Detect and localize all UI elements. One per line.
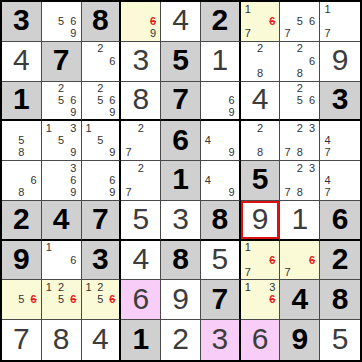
cell-r3c7[interactable]: 4	[241, 82, 281, 122]
empty-candidate-slot	[83, 306, 95, 318]
candidate-grid: 1256	[83, 281, 119, 318]
empty-candidate-slot	[94, 106, 106, 118]
cell-r8c3[interactable]: 1256	[82, 280, 122, 320]
cell-r4c9[interactable]: 47	[320, 121, 360, 161]
cell-r1c9[interactable]: 17	[320, 2, 360, 42]
empty-candidate-slot	[306, 266, 318, 278]
empty-candidate-slot	[214, 162, 226, 174]
empty-candidate-slot	[254, 294, 266, 306]
cell-r6c5[interactable]: 3	[161, 201, 201, 241]
cell-r8c7[interactable]: 136	[241, 280, 281, 320]
empty-candidate-slot	[266, 135, 278, 147]
candidate-grid: 256	[281, 83, 318, 119]
cell-r5c8[interactable]: 2378	[280, 161, 320, 201]
empty-candidate-slot	[306, 174, 318, 186]
empty-candidate-slot	[294, 266, 306, 278]
cell-r9c7[interactable]: 6	[241, 320, 281, 360]
empty-candidate-slot	[43, 147, 55, 159]
cell-r1c6[interactable]: 2	[201, 2, 241, 42]
candidate-5: 5	[55, 294, 67, 306]
empty-candidate-slot	[294, 135, 306, 147]
cell-r4c7[interactable]: 28	[241, 121, 281, 161]
empty-candidate-slot	[202, 147, 214, 159]
given-digit: 1	[172, 164, 189, 196]
candidate-9: 9	[67, 187, 79, 199]
candidate-5: 5	[15, 135, 27, 147]
candidate-9: 9	[106, 147, 118, 159]
candidate-grid: 567	[281, 3, 318, 40]
candidate-1: 1	[321, 3, 334, 15]
empty-candidate-slot	[28, 162, 40, 174]
empty-candidate-slot	[122, 162, 134, 174]
empty-candidate-slot	[242, 67, 254, 79]
empty-candidate-slot	[226, 135, 238, 147]
cell-r4c5[interactable]: 6	[161, 121, 201, 161]
cell-r3c6[interactable]: 69	[201, 82, 241, 122]
empty-candidate-slot	[242, 135, 254, 147]
candidate-grid: 2569	[43, 83, 80, 119]
candidate-5: 5	[294, 15, 306, 27]
candidate-6: 6	[67, 94, 79, 106]
candidate-grid: 268	[281, 43, 318, 80]
struck-candidate-6: 6	[106, 294, 118, 306]
empty-candidate-slot	[226, 162, 238, 174]
candidate-3: 3	[266, 281, 278, 293]
solved-digit: 1	[211, 45, 228, 77]
empty-candidate-slot	[202, 94, 214, 106]
empty-candidate-slot	[346, 15, 359, 27]
empty-candidate-slot	[281, 254, 293, 266]
empty-candidate-slot	[334, 162, 347, 174]
candidate-2: 2	[254, 43, 266, 55]
cell-r9c6[interactable]: 3	[201, 320, 241, 360]
empty-candidate-slot	[294, 55, 306, 67]
empty-candidate-slot	[242, 122, 254, 134]
cell-r8c5[interactable]: 9	[161, 280, 201, 320]
empty-candidate-slot	[294, 3, 306, 15]
cell-r2c2[interactable]: 7	[42, 42, 82, 82]
empty-candidate-slot	[3, 174, 15, 186]
candidate-8: 8	[15, 147, 27, 159]
empty-candidate-slot	[3, 294, 15, 306]
empty-candidate-slot	[122, 174, 134, 186]
empty-candidate-slot	[281, 122, 293, 134]
solved-digit: 3	[211, 324, 228, 356]
empty-candidate-slot	[334, 15, 347, 27]
empty-candidate-slot	[106, 83, 118, 95]
cell-r9c8[interactable]: 9	[280, 320, 320, 360]
solved-digit: 9	[172, 284, 189, 316]
cell-r1c5[interactable]: 4	[161, 2, 201, 42]
candidate-9: 9	[147, 28, 159, 40]
cell-r6c8[interactable]: 1	[280, 201, 320, 241]
candidate-6: 6	[28, 174, 40, 186]
empty-candidate-slot	[242, 55, 254, 67]
empty-candidate-slot	[55, 242, 67, 254]
candidate-2: 2	[55, 281, 67, 293]
cell-r3c4[interactable]: 8	[121, 82, 161, 122]
solved-digit: 4	[252, 84, 269, 116]
empty-candidate-slot	[254, 135, 266, 147]
empty-candidate-slot	[266, 67, 278, 79]
empty-candidate-slot	[294, 174, 306, 186]
candidate-4: 4	[321, 174, 334, 186]
candidate-2: 2	[294, 122, 306, 134]
candidate-2: 2	[135, 122, 147, 134]
cell-r5c9[interactable]: 47	[320, 161, 360, 201]
cell-r3c9[interactable]: 3	[320, 82, 360, 122]
empty-candidate-slot	[334, 187, 347, 199]
candidate-grid: 28	[242, 43, 279, 80]
given-digit: 6	[172, 125, 189, 157]
empty-candidate-slot	[43, 174, 55, 186]
candidate-7: 7	[281, 28, 293, 40]
candidate-7: 7	[321, 147, 334, 159]
cell-r3c3[interactable]: 2569	[82, 82, 122, 122]
struck-candidate-6: 6	[306, 254, 318, 266]
candidate-7: 7	[122, 187, 134, 199]
cell-r7c7[interactable]: 167	[241, 241, 281, 281]
empty-candidate-slot	[254, 15, 266, 27]
empty-candidate-slot	[266, 43, 278, 55]
cell-r1c4[interactable]: 69	[121, 2, 161, 42]
empty-candidate-slot	[43, 266, 55, 278]
empty-candidate-slot	[43, 3, 55, 15]
given-digit: 2	[211, 5, 228, 37]
empty-candidate-slot	[55, 266, 67, 278]
empty-candidate-slot	[321, 15, 334, 27]
cell-r6c6[interactable]: 8	[201, 201, 241, 241]
cell-r2c8[interactable]: 268	[280, 42, 320, 82]
empty-candidate-slot	[346, 147, 359, 159]
candidate-grid: 2569	[83, 83, 119, 119]
cell-r1c1[interactable]: 3	[2, 2, 42, 42]
empty-candidate-slot	[94, 122, 106, 134]
cell-r6c7[interactable]: 9	[241, 201, 281, 241]
empty-candidate-slot	[94, 174, 106, 186]
cell-r5c7[interactable]: 5	[241, 161, 281, 201]
cell-r3c2[interactable]: 2569	[42, 82, 82, 122]
cell-r1c7[interactable]: 167	[241, 2, 281, 42]
empty-candidate-slot	[147, 3, 159, 15]
candidate-grid: 58	[3, 122, 40, 159]
empty-candidate-slot	[3, 306, 15, 318]
empty-candidate-slot	[306, 83, 318, 95]
candidate-1: 1	[43, 122, 55, 134]
empty-candidate-slot	[334, 122, 347, 134]
empty-candidate-slot	[135, 187, 147, 199]
empty-candidate-slot	[346, 162, 359, 174]
empty-candidate-slot	[83, 162, 95, 174]
cell-r7c1[interactable]: 9	[2, 241, 42, 281]
candidate-7: 7	[281, 266, 293, 278]
empty-candidate-slot	[281, 15, 293, 27]
candidate-2: 2	[294, 43, 306, 55]
given-digit: 2	[13, 204, 30, 236]
solved-digit: 4	[13, 45, 30, 77]
empty-candidate-slot	[147, 147, 159, 159]
cell-r9c3[interactable]: 4	[82, 320, 122, 360]
candidate-grid: 17	[321, 3, 359, 40]
cell-r8c4[interactable]: 6	[121, 280, 161, 320]
cell-r6c3[interactable]: 7	[82, 201, 122, 241]
candidate-5: 5	[55, 135, 67, 147]
candidate-1: 1	[83, 281, 95, 293]
cell-r2c6[interactable]: 1	[201, 42, 241, 82]
cell-r8c2[interactable]: 1256	[42, 280, 82, 320]
cell-r7c9[interactable]: 2	[320, 241, 360, 281]
candidate-6: 6	[306, 15, 318, 27]
candidate-grid: 26	[83, 43, 119, 80]
struck-candidate-6: 6	[266, 294, 278, 306]
solved-digit: 4	[172, 5, 189, 37]
given-digit: 7	[92, 204, 109, 236]
empty-candidate-slot	[67, 242, 79, 254]
cell-r9c4[interactable]: 1	[121, 320, 161, 360]
given-digit: 8	[332, 284, 349, 316]
empty-candidate-slot	[254, 242, 266, 254]
cell-r9c2[interactable]: 8	[42, 320, 82, 360]
empty-candidate-slot	[55, 174, 67, 186]
empty-candidate-slot	[83, 147, 95, 159]
empty-candidate-slot	[55, 147, 67, 159]
empty-candidate-slot	[214, 174, 226, 186]
cell-r2c9[interactable]: 9	[320, 42, 360, 82]
cell-r4c2[interactable]: 1359	[42, 121, 82, 161]
empty-candidate-slot	[242, 15, 254, 27]
candidate-grid: 369	[43, 162, 80, 199]
empty-candidate-slot	[226, 122, 238, 134]
empty-candidate-slot	[94, 67, 106, 79]
cell-r5c4[interactable]: 27	[121, 161, 161, 201]
empty-candidate-slot	[254, 266, 266, 278]
candidate-4: 4	[202, 135, 214, 147]
empty-candidate-slot	[266, 306, 278, 318]
candidate-grid: 69	[202, 83, 238, 119]
candidate-2: 2	[55, 83, 67, 95]
empty-candidate-slot	[281, 242, 293, 254]
given-digit: 8	[92, 5, 109, 37]
cell-r5c6[interactable]: 49	[201, 161, 241, 201]
empty-candidate-slot	[122, 122, 134, 134]
cell-r1c3[interactable]: 8	[82, 2, 122, 42]
given-digit: 5	[172, 45, 189, 77]
given-digit: 9	[13, 244, 30, 276]
empty-candidate-slot	[55, 187, 67, 199]
empty-candidate-slot	[294, 106, 306, 118]
empty-candidate-slot	[334, 28, 347, 40]
empty-candidate-slot	[55, 3, 67, 15]
cell-r3c5[interactable]: 7	[161, 82, 201, 122]
empty-candidate-slot	[214, 94, 226, 106]
empty-candidate-slot	[15, 122, 27, 134]
empty-candidate-slot	[254, 3, 266, 15]
candidate-5: 5	[55, 15, 67, 27]
solved-digit: 4	[92, 324, 109, 356]
empty-candidate-slot	[43, 106, 55, 118]
candidate-3: 3	[67, 122, 79, 134]
candidate-2: 2	[294, 83, 306, 95]
cell-r4c4[interactable]: 27	[121, 121, 161, 161]
empty-candidate-slot	[242, 294, 254, 306]
empty-candidate-slot	[334, 174, 347, 186]
cell-r4c3[interactable]: 159	[82, 121, 122, 161]
empty-candidate-slot	[135, 3, 147, 15]
empty-candidate-slot	[15, 174, 27, 186]
empty-candidate-slot	[266, 55, 278, 67]
cell-r9c5[interactable]: 2	[161, 320, 201, 360]
candidate-grid: 56	[3, 281, 40, 318]
candidate-grid: 67	[281, 242, 318, 279]
given-digit: 2	[332, 244, 349, 276]
empty-candidate-slot	[28, 122, 40, 134]
given-digit: 8	[211, 204, 228, 236]
empty-candidate-slot	[226, 174, 238, 186]
empty-candidate-slot	[67, 83, 79, 95]
empty-candidate-slot	[242, 306, 254, 318]
empty-candidate-slot	[334, 135, 347, 147]
cell-r6c1[interactable]: 2	[2, 201, 42, 241]
empty-candidate-slot	[122, 135, 134, 147]
cell-r3c1[interactable]: 1	[2, 82, 42, 122]
empty-candidate-slot	[254, 28, 266, 40]
cell-r3c8[interactable]: 256	[280, 82, 320, 122]
empty-candidate-slot	[83, 43, 95, 55]
empty-candidate-slot	[83, 135, 95, 147]
empty-candidate-slot	[15, 306, 27, 318]
empty-candidate-slot	[43, 162, 55, 174]
cell-r6c2[interactable]: 4	[42, 201, 82, 241]
given-digit: 4	[53, 204, 70, 236]
cell-r7c3[interactable]: 3	[82, 241, 122, 281]
empty-candidate-slot	[55, 254, 67, 266]
struck-candidate-6: 6	[67, 294, 79, 306]
candidate-8: 8	[294, 67, 306, 79]
cell-r5c3[interactable]: 69	[82, 161, 122, 201]
cell-r2c3[interactable]: 26	[82, 42, 122, 82]
cell-r7c6[interactable]: 5	[201, 241, 241, 281]
empty-candidate-slot	[346, 135, 359, 147]
empty-candidate-slot	[15, 162, 27, 174]
empty-candidate-slot	[106, 67, 118, 79]
candidate-1: 1	[242, 281, 254, 293]
cell-r5c1[interactable]: 68	[2, 161, 42, 201]
candidate-7: 7	[242, 266, 254, 278]
empty-candidate-slot	[106, 281, 118, 293]
cell-r4c1[interactable]: 58	[2, 121, 42, 161]
struck-candidate-6: 6	[28, 294, 40, 306]
candidate-grid: 49	[202, 162, 238, 199]
empty-candidate-slot	[106, 135, 118, 147]
solved-digit: 8	[132, 84, 149, 116]
empty-candidate-slot	[346, 122, 359, 134]
candidate-8: 8	[294, 147, 306, 159]
candidate-6: 6	[106, 94, 118, 106]
cell-r7c8[interactable]: 67	[280, 241, 320, 281]
cell-r5c5[interactable]: 1	[161, 161, 201, 201]
candidate-9: 9	[226, 147, 238, 159]
cell-r7c5[interactable]: 8	[161, 241, 201, 281]
candidate-6: 6	[306, 94, 318, 106]
empty-candidate-slot	[266, 147, 278, 159]
empty-candidate-slot	[281, 94, 293, 106]
empty-candidate-slot	[55, 106, 67, 118]
empty-candidate-slot	[3, 281, 15, 293]
candidate-2: 2	[94, 83, 106, 95]
empty-candidate-slot	[214, 135, 226, 147]
cell-r9c9[interactable]: 5	[320, 320, 360, 360]
given-digit: 7	[211, 284, 228, 316]
empty-candidate-slot	[43, 94, 55, 106]
cell-r2c5[interactable]: 5	[161, 42, 201, 82]
empty-candidate-slot	[202, 162, 214, 174]
cell-r8c6[interactable]: 7	[201, 280, 241, 320]
struck-candidate-6: 6	[147, 15, 159, 27]
candidate-grid: 2378	[281, 122, 318, 159]
candidate-6: 6	[106, 174, 118, 186]
empty-candidate-slot	[306, 106, 318, 118]
cell-r4c6[interactable]: 49	[201, 121, 241, 161]
empty-candidate-slot	[334, 3, 347, 15]
cell-r7c2[interactable]: 16	[42, 241, 82, 281]
candidate-grid: 69	[83, 162, 119, 199]
empty-candidate-slot	[214, 83, 226, 95]
empty-candidate-slot	[254, 254, 266, 266]
candidate-3: 3	[306, 122, 318, 134]
struck-candidate-6: 6	[266, 15, 278, 27]
candidate-8: 8	[254, 67, 266, 79]
cell-r8c8[interactable]: 4	[280, 280, 320, 320]
candidate-9: 9	[67, 28, 79, 40]
cell-r5c2[interactable]: 369	[42, 161, 82, 201]
empty-candidate-slot	[281, 106, 293, 118]
candidate-grid: 28	[242, 122, 279, 159]
empty-candidate-slot	[94, 306, 106, 318]
empty-candidate-slot	[94, 147, 106, 159]
cell-r2c1[interactable]: 4	[2, 42, 42, 82]
cell-r9c1[interactable]: 7	[2, 320, 42, 360]
candidate-4: 4	[321, 135, 334, 147]
empty-candidate-slot	[334, 147, 347, 159]
empty-candidate-slot	[242, 147, 254, 159]
cell-r7c4[interactable]: 4	[121, 241, 161, 281]
empty-candidate-slot	[94, 162, 106, 174]
cell-r2c4[interactable]: 3	[121, 42, 161, 82]
cell-r6c4[interactable]: 5	[121, 201, 161, 241]
empty-candidate-slot	[254, 281, 266, 293]
cell-r4c8[interactable]: 2378	[280, 121, 320, 161]
candidate-5: 5	[94, 135, 106, 147]
empty-candidate-slot	[294, 242, 306, 254]
empty-candidate-slot	[321, 162, 334, 174]
candidate-5: 5	[94, 94, 106, 106]
empty-candidate-slot	[122, 15, 134, 27]
candidate-9: 9	[226, 187, 238, 199]
cell-r8c1[interactable]: 56	[2, 280, 42, 320]
empty-candidate-slot	[202, 106, 214, 118]
empty-candidate-slot	[266, 122, 278, 134]
cell-r1c8[interactable]: 567	[280, 2, 320, 42]
candidate-6: 6	[106, 55, 118, 67]
empty-candidate-slot	[3, 147, 15, 159]
cell-r1c2[interactable]: 569	[42, 2, 82, 42]
cell-r6c9[interactable]: 6	[320, 201, 360, 241]
cell-r2c7[interactable]: 28	[241, 42, 281, 82]
empty-candidate-slot	[214, 122, 226, 134]
empty-candidate-slot	[147, 135, 159, 147]
candidate-9: 9	[106, 187, 118, 199]
cell-r8c9[interactable]: 8	[320, 280, 360, 320]
